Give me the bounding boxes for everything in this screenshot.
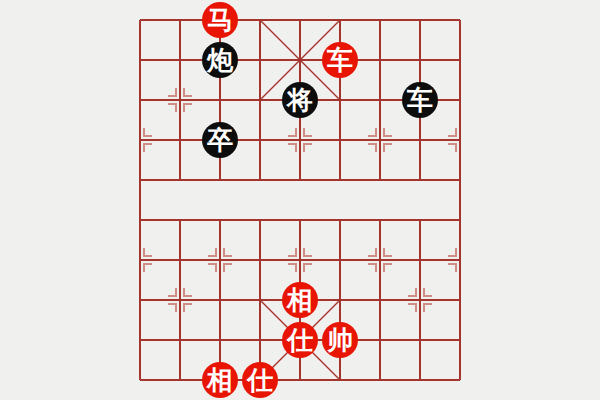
piece-red-elephant[interactable]: 相 xyxy=(202,362,238,398)
piece-red-chariot[interactable]: 车 xyxy=(322,42,358,78)
piece-red-elephant[interactable]: 相 xyxy=(282,282,318,318)
piece-red-advisor[interactable]: 仕 xyxy=(282,322,318,358)
piece-black-soldier[interactable]: 卒 xyxy=(202,122,238,158)
piece-black-cannon[interactable]: 炮 xyxy=(202,42,238,78)
piece-red-advisor[interactable]: 仕 xyxy=(242,362,278,398)
piece-red-general[interactable]: 帅 xyxy=(322,322,358,358)
piece-black-chariot[interactable]: 车 xyxy=(402,82,438,118)
piece-black-general[interactable]: 将 xyxy=(282,82,318,118)
xiangqi-board[interactable]: 马炮车将车卒相仕帅相仕 xyxy=(0,0,600,400)
piece-red-horse[interactable]: 马 xyxy=(202,2,238,38)
